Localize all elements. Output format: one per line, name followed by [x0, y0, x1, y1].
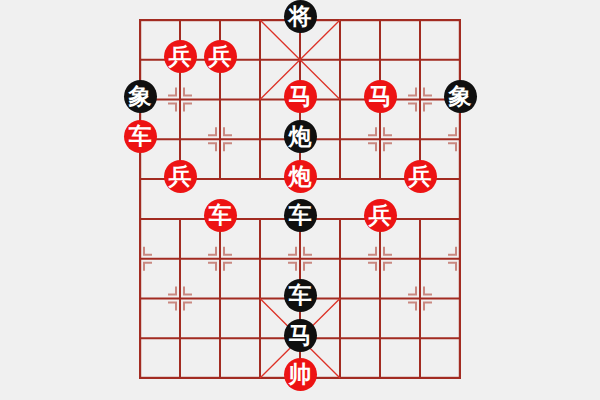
black-general-piece[interactable]: 将: [284, 0, 317, 33]
red-cannon-piece[interactable]: 炮: [284, 160, 317, 193]
red-pawn-piece[interactable]: 兵: [164, 40, 197, 73]
red-pawn-piece[interactable]: 兵: [404, 160, 437, 193]
pieces-layer: 将兵兵象马马象车炮兵炮兵车车兵车马帅: [120, 0, 480, 398]
black-horse-piece[interactable]: 马: [284, 319, 317, 352]
red-chariot-piece[interactable]: 车: [124, 120, 157, 153]
black-elephant-piece[interactable]: 象: [124, 80, 157, 113]
black-elephant-piece[interactable]: 象: [444, 80, 477, 113]
red-general-piece[interactable]: 帅: [284, 358, 317, 391]
xiangqi-board: 将兵兵象马马象车炮兵炮兵车车兵车马帅: [0, 0, 600, 400]
red-horse-piece[interactable]: 马: [284, 80, 317, 113]
red-pawn-piece[interactable]: 兵: [364, 199, 397, 232]
red-chariot-piece[interactable]: 车: [204, 199, 237, 232]
black-chariot-piece[interactable]: 车: [284, 279, 317, 312]
red-pawn-piece[interactable]: 兵: [204, 40, 237, 73]
red-pawn-piece[interactable]: 兵: [164, 160, 197, 193]
black-cannon-piece[interactable]: 炮: [284, 120, 317, 153]
black-chariot-piece[interactable]: 车: [284, 199, 317, 232]
red-horse-piece[interactable]: 马: [364, 80, 397, 113]
